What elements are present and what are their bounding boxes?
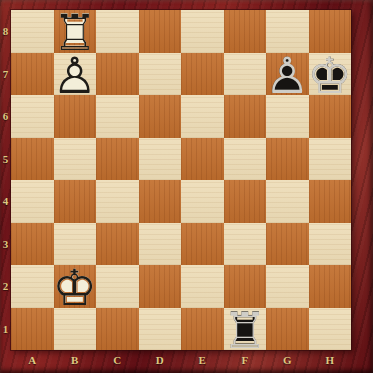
white-rook-outline-glyph: ♖ [54,12,97,55]
square-h7[interactable]: ♚♔ [309,53,352,96]
square-c4[interactable] [96,180,139,223]
square-h4[interactable] [309,180,352,223]
square-a2[interactable] [11,265,54,308]
square-e8[interactable] [181,10,224,53]
square-d5[interactable] [139,138,182,181]
file-label-d: D [139,350,182,373]
white-pawn-outline-glyph: ♙ [54,55,97,98]
black-rook: ♜♖ [224,308,267,351]
black-rook-outline-glyph: ♖ [224,310,267,353]
square-a4[interactable] [11,180,54,223]
square-g7[interactable]: ♟♙ [266,53,309,96]
white-pawn-fill-glyph: ♟ [54,55,97,98]
square-g4[interactable] [266,180,309,223]
square-e7[interactable] [181,53,224,96]
square-b4[interactable] [54,180,97,223]
black-pawn-outline-glyph: ♙ [266,55,309,98]
rank-label-6: 6 [0,95,11,138]
square-f3[interactable] [224,223,267,266]
rank-label-3: 3 [0,223,11,266]
square-d8[interactable] [139,10,182,53]
square-e1[interactable] [181,308,224,351]
file-label-g: G [266,350,309,373]
square-c8[interactable] [96,10,139,53]
square-f1[interactable]: ♜♖ [224,308,267,351]
square-f5[interactable] [224,138,267,181]
black-rook-fill-glyph: ♜ [224,310,267,353]
file-labels: ABCDEFGH [11,350,351,373]
rank-label-8: 8 [0,10,11,53]
square-g6[interactable] [266,95,309,138]
file-label-h: H [309,350,352,373]
rank-label-2: 2 [0,265,11,308]
square-d1[interactable] [139,308,182,351]
white-rook: ♜♖ [54,10,97,53]
square-f7[interactable] [224,53,267,96]
square-e5[interactable] [181,138,224,181]
square-a7[interactable] [11,53,54,96]
square-c1[interactable] [96,308,139,351]
square-b3[interactable] [54,223,97,266]
square-c2[interactable] [96,265,139,308]
rank-label-4: 4 [0,180,11,223]
black-king-outline-glyph: ♔ [309,55,352,98]
file-label-c: C [96,350,139,373]
white-king: ♚♔ [54,265,97,308]
rank-label-1: 1 [0,308,11,351]
file-label-b: B [54,350,97,373]
square-h5[interactable] [309,138,352,181]
black-pawn-fill-glyph: ♟ [266,55,309,98]
square-h3[interactable] [309,223,352,266]
square-e2[interactable] [181,265,224,308]
square-d3[interactable] [139,223,182,266]
square-b1[interactable] [54,308,97,351]
square-a5[interactable] [11,138,54,181]
white-pawn: ♟♙ [54,53,97,96]
square-b8[interactable]: ♜♖ [54,10,97,53]
file-label-f: F [224,350,267,373]
square-h6[interactable] [309,95,352,138]
square-c5[interactable] [96,138,139,181]
square-b7[interactable]: ♟♙ [54,53,97,96]
square-c7[interactable] [96,53,139,96]
white-king-fill-glyph: ♚ [54,267,97,310]
square-d6[interactable] [139,95,182,138]
square-f2[interactable] [224,265,267,308]
square-f8[interactable] [224,10,267,53]
square-d2[interactable] [139,265,182,308]
rank-labels: 87654321 [0,10,11,350]
file-label-e: E [181,350,224,373]
square-c3[interactable] [96,223,139,266]
square-g5[interactable] [266,138,309,181]
square-a6[interactable] [11,95,54,138]
rank-label-7: 7 [0,53,11,96]
square-g3[interactable] [266,223,309,266]
chess-diagram: 87654321 ♜♖♟♙♟♙♚♔♚♔♜♖ ABCDEFGH [0,0,373,373]
square-d7[interactable] [139,53,182,96]
square-h2[interactable] [309,265,352,308]
white-king-outline-glyph: ♔ [54,267,97,310]
black-pawn: ♟♙ [266,53,309,96]
square-g8[interactable] [266,10,309,53]
square-a1[interactable] [11,308,54,351]
file-label-a: A [11,350,54,373]
square-d4[interactable] [139,180,182,223]
square-b2[interactable]: ♚♔ [54,265,97,308]
square-g2[interactable] [266,265,309,308]
square-f6[interactable] [224,95,267,138]
square-a8[interactable] [11,10,54,53]
square-e6[interactable] [181,95,224,138]
black-king-fill-glyph: ♚ [309,55,352,98]
chess-board[interactable]: ♜♖♟♙♟♙♚♔♚♔♜♖ [11,10,351,350]
square-f4[interactable] [224,180,267,223]
black-king: ♚♔ [309,53,352,96]
square-b6[interactable] [54,95,97,138]
square-g1[interactable] [266,308,309,351]
square-c6[interactable] [96,95,139,138]
rank-label-5: 5 [0,138,11,181]
square-h1[interactable] [309,308,352,351]
square-e4[interactable] [181,180,224,223]
square-e3[interactable] [181,223,224,266]
square-h8[interactable] [309,10,352,53]
white-rook-fill-glyph: ♜ [54,12,97,55]
square-a3[interactable] [11,223,54,266]
square-b5[interactable] [54,138,97,181]
